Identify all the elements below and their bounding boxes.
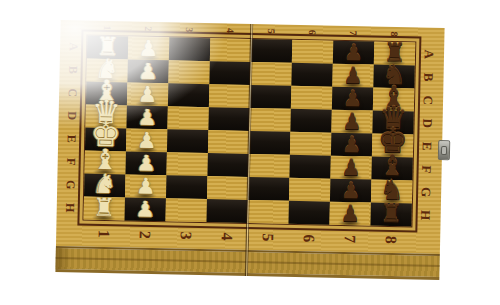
square-b7: ♟ [332, 64, 373, 88]
piece-black-pawn-f7: ♟ [341, 157, 361, 179]
file-labels-right-e: E [415, 135, 438, 157]
square-f5 [248, 154, 289, 178]
square-e7: ♟ [331, 133, 372, 157]
rank-labels-top-6: 6 [307, 12, 320, 53]
piece-white-pawn-c2: ♟ [138, 84, 158, 106]
square-c3 [168, 83, 209, 107]
piece-black-pawn-e7: ♟ [342, 134, 362, 156]
square-d5 [249, 108, 290, 132]
file-labels-right-d: D [416, 112, 439, 134]
square-d6 [290, 109, 331, 133]
square-c6 [291, 86, 332, 110]
piece-white-pawn-e2: ♟ [137, 130, 157, 152]
square-b5 [250, 62, 291, 86]
square-d7: ♟ [331, 110, 372, 134]
file-labels-left-e: E [59, 129, 82, 149]
rank-labels-top-3: 3 [184, 9, 197, 50]
rank-labels-top-7: 7 [348, 13, 361, 54]
file-labels-right-b: B [417, 66, 440, 88]
file-labels-left-g: G [59, 175, 82, 195]
square-g5 [248, 177, 289, 201]
square-b6 [291, 63, 332, 87]
rank-labels-bottom-8: 8 [379, 219, 402, 260]
square-e3 [167, 129, 208, 153]
file-labels-right: ABCDEFGH [414, 43, 440, 227]
folding-chess-board: 12345678 12345678 ABCDEFGH ABCDEFGH ♜♟♟♜… [55, 20, 444, 280]
square-c7: ♟ [332, 87, 373, 111]
square-g3 [166, 175, 207, 199]
chess-set-product-photo: 12345678 12345678 ABCDEFGH ABCDEFGH ♜♟♟♜… [0, 0, 500, 305]
rank-labels-bottom-4: 4 [215, 216, 238, 257]
square-f3 [166, 152, 207, 176]
square-b4 [209, 61, 250, 85]
rank-labels-bottom-5: 5 [256, 217, 279, 258]
rank-labels-top-1: 1 [102, 7, 115, 48]
square-f6 [289, 155, 330, 179]
file-labels-left-c: C [60, 83, 83, 103]
piece-white-pawn-b2: ♟ [138, 61, 158, 83]
file-labels-left-f: F [59, 152, 82, 172]
square-g4 [207, 176, 248, 200]
square-f2: ♟ [125, 151, 166, 175]
square-g6 [289, 178, 330, 202]
file-labels-left-h: H [58, 197, 81, 217]
piece-white-pawn-f2: ♟ [136, 153, 156, 175]
piece-black-pawn-c7: ♟ [342, 88, 362, 110]
square-e4 [208, 130, 249, 154]
piece-black-pawn-b7: ♟ [343, 65, 363, 87]
square-e2: ♟ [126, 128, 167, 152]
rank-labels-bottom-6: 6 [297, 218, 320, 259]
piece-black-pawn-g7: ♟ [341, 180, 361, 202]
rank-labels-top-8: 8 [389, 13, 402, 54]
file-labels-left-a: A [61, 37, 84, 57]
latch-clasp [438, 140, 450, 160]
square-f4 [207, 153, 248, 177]
square-c5 [250, 85, 291, 109]
square-g2: ♟ [125, 174, 166, 198]
square-f7: ♟ [330, 156, 371, 180]
square-c4 [209, 84, 250, 108]
file-labels-left: ABCDEFGH [60, 35, 84, 219]
rank-labels-bottom-1: 1 [92, 213, 115, 254]
file-labels-left-d: D [60, 106, 83, 126]
square-e5 [249, 131, 290, 155]
square-d2: ♟ [126, 105, 167, 129]
square-d4 [208, 107, 249, 131]
file-labels-right-h: H [414, 204, 437, 226]
square-c2: ♟ [127, 82, 168, 106]
file-labels-right-c: C [416, 89, 439, 111]
piece-black-pawn-d7: ♟ [342, 111, 362, 133]
file-labels-left-b: B [61, 60, 84, 80]
square-g7: ♟ [330, 179, 371, 203]
square-e6 [290, 132, 331, 156]
rank-labels-bottom-2: 2 [133, 214, 156, 255]
piece-white-pawn-d2: ♟ [137, 107, 157, 129]
file-labels-right-g: G [414, 181, 437, 203]
square-d3 [167, 106, 208, 130]
piece-white-pawn-g2: ♟ [136, 176, 156, 198]
rank-labels-top-2: 2 [143, 8, 156, 49]
file-labels-right-a: A [417, 43, 440, 65]
file-labels-right-f: F [415, 158, 438, 180]
square-b3 [168, 60, 209, 84]
rank-labels-bottom-3: 3 [174, 215, 197, 256]
rank-labels-bottom-7: 7 [338, 218, 361, 259]
rank-labels-top-4: 4 [225, 10, 238, 51]
square-b2: ♟ [127, 59, 168, 83]
rank-labels-top-5: 5 [266, 11, 279, 52]
